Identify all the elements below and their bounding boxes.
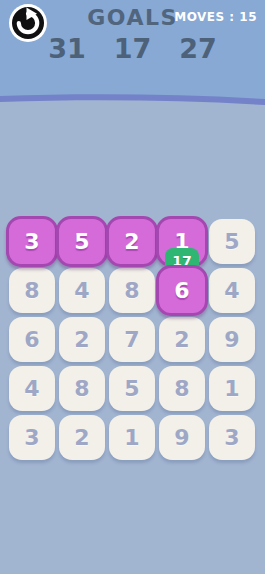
tile-number: 2 [174,329,189,351]
tile-r2c4[interactable]: 6 [156,265,208,316]
tile-number: 1 [124,427,139,449]
tile-number: 3 [24,427,39,449]
goal-value-2: 17 [114,33,152,64]
tile-number: 8 [24,280,39,302]
tile-r3c4[interactable]: 2 [159,317,205,362]
tile-r3c2[interactable]: 2 [59,317,105,362]
tile-r5c5[interactable]: 3 [209,415,255,460]
tile-number: 2 [74,329,89,351]
tile-number: 2 [124,231,139,253]
tile-r1c1[interactable]: 3 [6,216,58,267]
tile-r5c4[interactable]: 9 [159,415,205,460]
tile-r4c1[interactable]: 4 [9,366,55,411]
tile-r4c5[interactable]: 1 [209,366,255,411]
tile-r2c5[interactable]: 4 [209,268,255,313]
tile-number: 6 [174,280,189,302]
tile-r5c1[interactable]: 3 [9,415,55,460]
header-divider-stripe [0,94,265,110]
tile-number: 8 [174,378,189,400]
tile-r2c2[interactable]: 4 [59,268,105,313]
tile-number: 2 [74,427,89,449]
tile-r2c3[interactable]: 8 [109,268,155,313]
tile-r1c5[interactable]: 5 [209,219,255,264]
tile-number: 4 [24,378,39,400]
tile-r2c1[interactable]: 8 [9,268,55,313]
tile-number: 4 [74,280,89,302]
tile-r1c2[interactable]: 5 [56,216,108,267]
tile-number: 3 [24,231,39,253]
tile-number: 5 [124,378,139,400]
tile-number: 6 [24,329,39,351]
tile-r5c3[interactable]: 1 [109,415,155,460]
tile-r3c3[interactable]: 7 [109,317,155,362]
tile-number: 1 [224,378,239,400]
tile-r4c3[interactable]: 5 [109,366,155,411]
tile-number: 8 [74,378,89,400]
tile-r3c1[interactable]: 6 [9,317,55,362]
tile-number: 7 [124,329,139,351]
tile-number: 5 [74,231,89,253]
moves-counter: MOVES : 15 [174,10,257,24]
goals-row: 31 17 27 [0,33,265,64]
tile-number: 4 [224,280,239,302]
tile-number: 9 [174,427,189,449]
tile-r3c5[interactable]: 9 [209,317,255,362]
tile-number: 9 [224,329,239,351]
tile-number: 3 [224,427,239,449]
goal-value-3: 27 [179,33,217,64]
tile-r4c4[interactable]: 8 [159,366,205,411]
goal-value-1: 31 [48,33,86,64]
tile-r5c2[interactable]: 2 [59,415,105,460]
puzzle-board: 352117584864627294858132193 [9,219,255,460]
tile-r4c2[interactable]: 8 [59,366,105,411]
tile-r1c4[interactable]: 117 [156,216,208,267]
tile-number: 8 [124,280,139,302]
tile-number: 5 [224,231,239,253]
tile-r1c3[interactable]: 2 [106,216,158,267]
